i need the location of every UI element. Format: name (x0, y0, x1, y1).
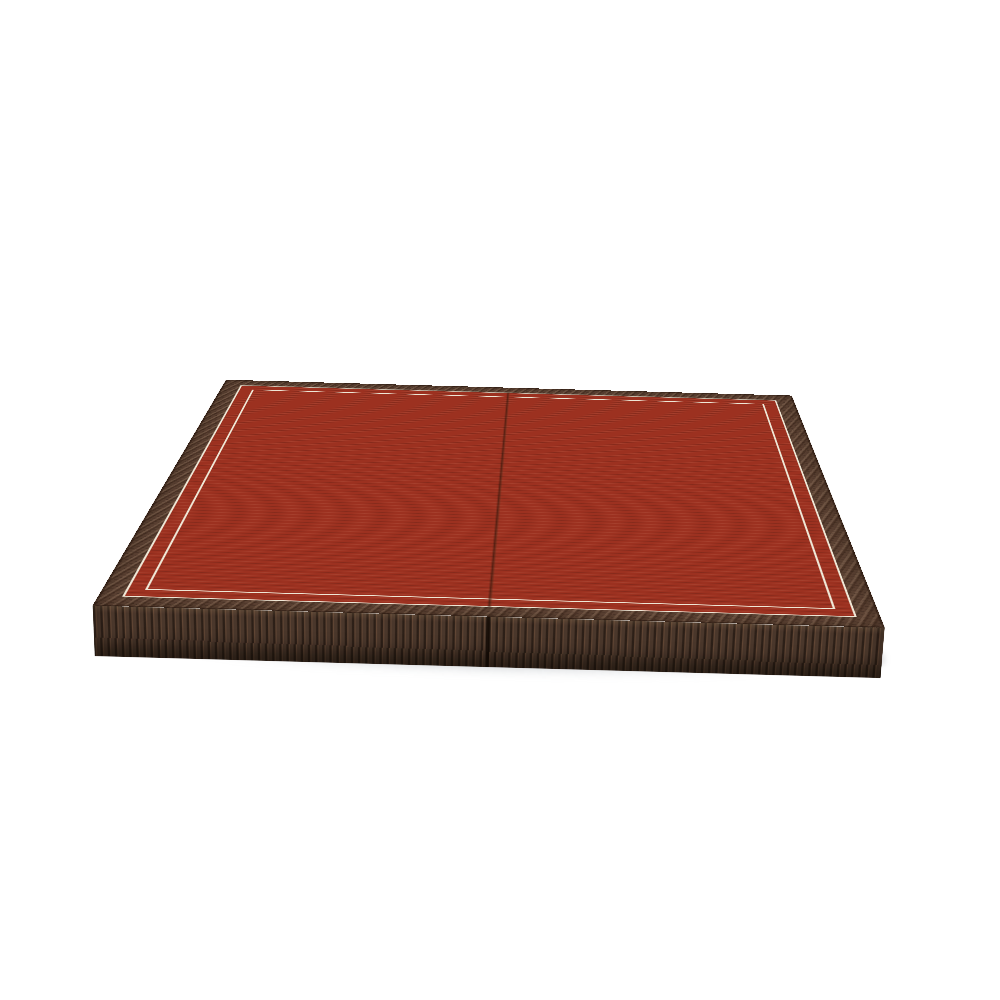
scene-tilt-wrapper (0, 0, 1000, 1000)
rank-coordinates (764, 404, 850, 608)
board-frame (93, 380, 885, 628)
photo-scene (0, 0, 1000, 1000)
perspective-stage (0, 0, 1000, 1000)
chess-board (93, 380, 885, 628)
